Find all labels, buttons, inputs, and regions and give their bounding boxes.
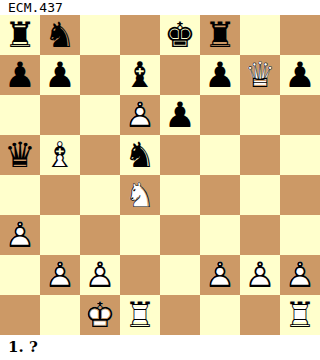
white-knight-icon: ♞♘ (120, 175, 160, 215)
square-d2[interactable] (120, 255, 160, 295)
square-d8[interactable] (120, 15, 160, 55)
black-rook-icon: ♜ (200, 15, 240, 55)
black-pawn-icon: ♟ (160, 95, 200, 135)
square-f2[interactable]: ♟♙ (200, 255, 240, 295)
chess-board: ♜♞♚♜♟♟♝♟♛♕♟♟♙♟♛♝♗♞♞♘♟♙♟♙♟♙♟♙♟♙♟♙♚♔♜♖♜♖ (0, 15, 320, 335)
white-queen-icon: ♛♕ (240, 55, 280, 95)
square-c6[interactable] (80, 95, 120, 135)
square-g2[interactable]: ♟♙ (240, 255, 280, 295)
white-pawn-icon: ♟♙ (200, 255, 240, 295)
square-g7[interactable]: ♛♕ (240, 55, 280, 95)
square-b5[interactable]: ♝♗ (40, 135, 80, 175)
puzzle-id: ECM.437 (0, 0, 320, 15)
black-knight-icon: ♞ (120, 135, 160, 175)
white-bishop-icon: ♝♗ (40, 135, 80, 175)
square-d1[interactable]: ♜♖ (120, 295, 160, 335)
white-pawn-icon: ♟♙ (80, 255, 120, 295)
square-h8[interactable] (280, 15, 320, 55)
black-rook-icon: ♜ (0, 15, 40, 55)
square-c7[interactable] (80, 55, 120, 95)
white-rook-icon: ♜♖ (120, 295, 160, 335)
white-rook-icon: ♜♖ (280, 295, 320, 335)
square-b2[interactable]: ♟♙ (40, 255, 80, 295)
white-pawn-icon: ♟♙ (0, 215, 40, 255)
square-h2[interactable]: ♟♙ (280, 255, 320, 295)
square-g3[interactable] (240, 215, 280, 255)
square-e3[interactable] (160, 215, 200, 255)
white-pawn-icon: ♟♙ (240, 255, 280, 295)
square-b8[interactable]: ♞ (40, 15, 80, 55)
square-a8[interactable]: ♜ (0, 15, 40, 55)
square-e8[interactable]: ♚ (160, 15, 200, 55)
white-pawn-icon: ♟♙ (40, 255, 80, 295)
square-d6[interactable]: ♟♙ (120, 95, 160, 135)
square-a7[interactable]: ♟ (0, 55, 40, 95)
square-f6[interactable] (200, 95, 240, 135)
black-king-icon: ♚ (160, 15, 200, 55)
square-d5[interactable]: ♞ (120, 135, 160, 175)
square-e5[interactable] (160, 135, 200, 175)
square-g8[interactable] (240, 15, 280, 55)
black-bishop-icon: ♝ (120, 55, 160, 95)
white-pawn-icon: ♟♙ (280, 255, 320, 295)
square-a1[interactable] (0, 295, 40, 335)
square-h7[interactable]: ♟ (280, 55, 320, 95)
square-f4[interactable] (200, 175, 240, 215)
square-a2[interactable] (0, 255, 40, 295)
square-h5[interactable] (280, 135, 320, 175)
square-b4[interactable] (40, 175, 80, 215)
white-king-icon: ♚♔ (80, 295, 120, 335)
square-g1[interactable] (240, 295, 280, 335)
square-f1[interactable] (200, 295, 240, 335)
square-h1[interactable]: ♜♖ (280, 295, 320, 335)
square-e7[interactable] (160, 55, 200, 95)
square-b7[interactable]: ♟ (40, 55, 80, 95)
square-c3[interactable] (80, 215, 120, 255)
square-f5[interactable] (200, 135, 240, 175)
square-f3[interactable] (200, 215, 240, 255)
square-h3[interactable] (280, 215, 320, 255)
square-c5[interactable] (80, 135, 120, 175)
move-prompt: 1. ? (0, 335, 320, 360)
black-queen-icon: ♛ (0, 135, 40, 175)
square-a4[interactable] (0, 175, 40, 215)
square-a3[interactable]: ♟♙ (0, 215, 40, 255)
square-d7[interactable]: ♝ (120, 55, 160, 95)
black-pawn-icon: ♟ (0, 55, 40, 95)
square-b6[interactable] (40, 95, 80, 135)
square-g5[interactable] (240, 135, 280, 175)
square-d3[interactable] (120, 215, 160, 255)
white-pawn-icon: ♟♙ (120, 95, 160, 135)
square-e4[interactable] (160, 175, 200, 215)
square-e1[interactable] (160, 295, 200, 335)
square-a5[interactable]: ♛ (0, 135, 40, 175)
square-b3[interactable] (40, 215, 80, 255)
square-h4[interactable] (280, 175, 320, 215)
square-b1[interactable] (40, 295, 80, 335)
square-f7[interactable]: ♟ (200, 55, 240, 95)
square-h6[interactable] (280, 95, 320, 135)
black-pawn-icon: ♟ (200, 55, 240, 95)
square-c8[interactable] (80, 15, 120, 55)
square-d4[interactable]: ♞♘ (120, 175, 160, 215)
square-e2[interactable] (160, 255, 200, 295)
black-pawn-icon: ♟ (280, 55, 320, 95)
square-a6[interactable] (0, 95, 40, 135)
black-pawn-icon: ♟ (40, 55, 80, 95)
chess-diagram-app: ECM.437 ♜♞♚♜♟♟♝♟♛♕♟♟♙♟♛♝♗♞♞♘♟♙♟♙♟♙♟♙♟♙♟♙… (0, 0, 320, 360)
square-c1[interactable]: ♚♔ (80, 295, 120, 335)
square-g6[interactable] (240, 95, 280, 135)
square-g4[interactable] (240, 175, 280, 215)
square-f8[interactable]: ♜ (200, 15, 240, 55)
square-e6[interactable]: ♟ (160, 95, 200, 135)
square-c4[interactable] (80, 175, 120, 215)
black-knight-icon: ♞ (40, 15, 80, 55)
square-c2[interactable]: ♟♙ (80, 255, 120, 295)
